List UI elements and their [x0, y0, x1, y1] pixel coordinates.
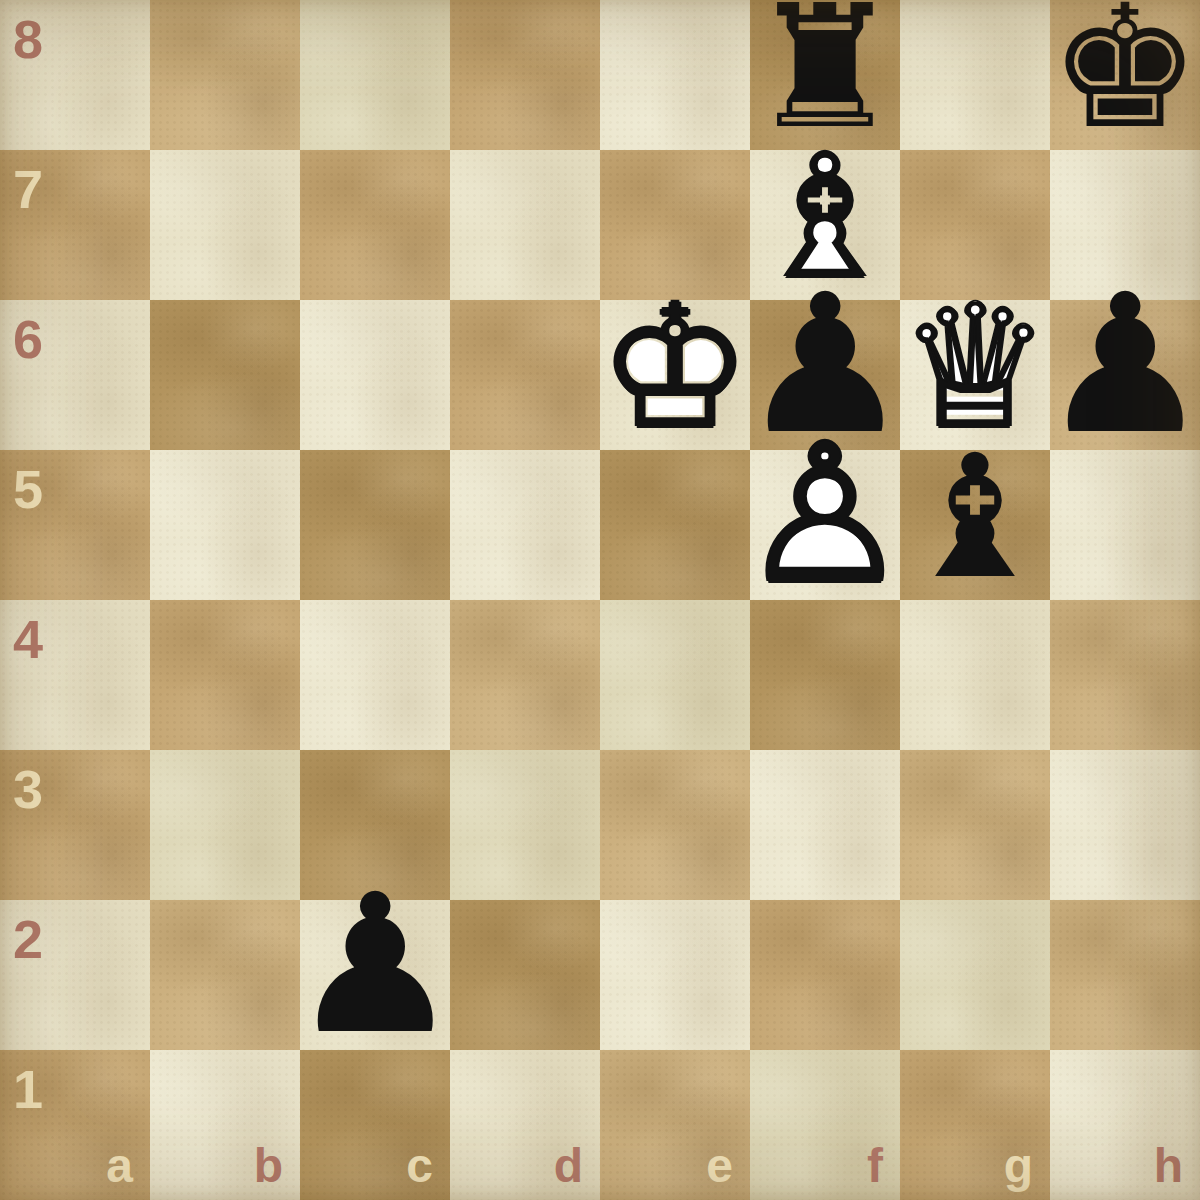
square-a8[interactable]: 8	[0, 0, 150, 150]
piece-black-pawn[interactable]: ♟	[1050, 300, 1200, 450]
white-pawn-outline-icon: ♙	[739, 419, 911, 611]
square-d7[interactable]	[450, 150, 600, 300]
square-c2[interactable]: ♟	[300, 900, 450, 1050]
square-c8[interactable]	[300, 0, 450, 150]
square-h2[interactable]	[1050, 900, 1200, 1050]
square-a2[interactable]: 2	[0, 900, 150, 1050]
square-g8[interactable]	[900, 0, 1050, 150]
square-b1[interactable]: b	[150, 1050, 300, 1200]
square-d6[interactable]	[450, 300, 600, 450]
square-h8[interactable]: ♚	[1050, 0, 1200, 150]
square-g4[interactable]	[900, 600, 1050, 750]
square-a3[interactable]: 3	[0, 750, 150, 900]
square-f2[interactable]	[750, 900, 900, 1050]
square-b5[interactable]	[150, 450, 300, 600]
black-pawn-icon: ♟	[289, 869, 461, 1061]
square-d8[interactable]	[450, 0, 600, 150]
piece-black-king[interactable]: ♚	[1050, 0, 1200, 150]
rank-label-2: 2	[13, 912, 43, 966]
file-label-h: h	[1154, 1142, 1183, 1190]
square-h1[interactable]: h	[1050, 1050, 1200, 1200]
square-b8[interactable]	[150, 0, 300, 150]
square-a6[interactable]: 6	[0, 300, 150, 450]
rank-label-7: 7	[13, 162, 43, 216]
file-label-b: b	[254, 1142, 283, 1190]
piece-black-bishop[interactable]: ♝	[900, 450, 1050, 600]
square-d2[interactable]	[450, 900, 600, 1050]
square-e5[interactable]	[600, 450, 750, 600]
square-f1[interactable]: f	[750, 1050, 900, 1200]
square-e6[interactable]: ♚♔	[600, 300, 750, 450]
rank-label-1: 1	[13, 1062, 43, 1116]
square-h6[interactable]: ♟	[1050, 300, 1200, 450]
square-g2[interactable]	[900, 900, 1050, 1050]
square-f5[interactable]: ♟♙	[750, 450, 900, 600]
piece-white-king[interactable]: ♚♔	[600, 300, 750, 450]
square-a1[interactable]: 1a	[0, 1050, 150, 1200]
square-e4[interactable]	[600, 600, 750, 750]
square-d5[interactable]	[450, 450, 600, 600]
square-c7[interactable]	[300, 150, 450, 300]
piece-white-pawn[interactable]: ♟♙	[750, 450, 900, 600]
square-f3[interactable]	[750, 750, 900, 900]
square-e2[interactable]	[600, 900, 750, 1050]
white-king-outline-icon: ♔	[599, 282, 751, 452]
black-king-icon: ♚	[1049, 0, 1200, 152]
square-h3[interactable]	[1050, 750, 1200, 900]
square-b2[interactable]	[150, 900, 300, 1050]
square-b4[interactable]	[150, 600, 300, 750]
square-b6[interactable]	[150, 300, 300, 450]
piece-black-pawn[interactable]: ♟	[300, 900, 450, 1050]
square-d4[interactable]	[450, 600, 600, 750]
rank-label-6: 6	[13, 312, 43, 366]
square-a4[interactable]: 4	[0, 600, 150, 750]
square-c5[interactable]	[300, 450, 450, 600]
square-d1[interactable]: d	[450, 1050, 600, 1200]
square-d3[interactable]	[450, 750, 600, 900]
square-e8[interactable]	[600, 0, 750, 150]
file-label-g: g	[1004, 1142, 1033, 1190]
square-h4[interactable]	[1050, 600, 1200, 750]
file-label-e: e	[706, 1142, 733, 1190]
square-c6[interactable]	[300, 300, 450, 450]
rank-label-5: 5	[13, 462, 43, 516]
square-c4[interactable]	[300, 600, 450, 750]
file-label-d: d	[554, 1142, 583, 1190]
square-e1[interactable]: e	[600, 1050, 750, 1200]
square-g1[interactable]: g	[900, 1050, 1050, 1200]
square-a5[interactable]: 5	[0, 450, 150, 600]
rank-label-3: 3	[13, 762, 43, 816]
rank-label-4: 4	[13, 612, 43, 666]
square-g5[interactable]: ♝	[900, 450, 1050, 600]
square-a7[interactable]: 7	[0, 150, 150, 300]
file-label-f: f	[867, 1142, 883, 1190]
square-b7[interactable]	[150, 150, 300, 300]
chess-board: 8♜♚7♝♗6♚♔♟♛♕♟5♟♙♝432♟1abcdefgh	[0, 0, 1200, 1200]
square-e3[interactable]	[600, 750, 750, 900]
black-bishop-icon: ♝	[899, 432, 1051, 602]
black-pawn-icon: ♟	[1039, 269, 1200, 461]
file-label-c: c	[406, 1142, 433, 1190]
file-label-a: a	[106, 1142, 133, 1190]
square-b3[interactable]	[150, 750, 300, 900]
rank-label-8: 8	[13, 12, 43, 66]
square-g3[interactable]	[900, 750, 1050, 900]
